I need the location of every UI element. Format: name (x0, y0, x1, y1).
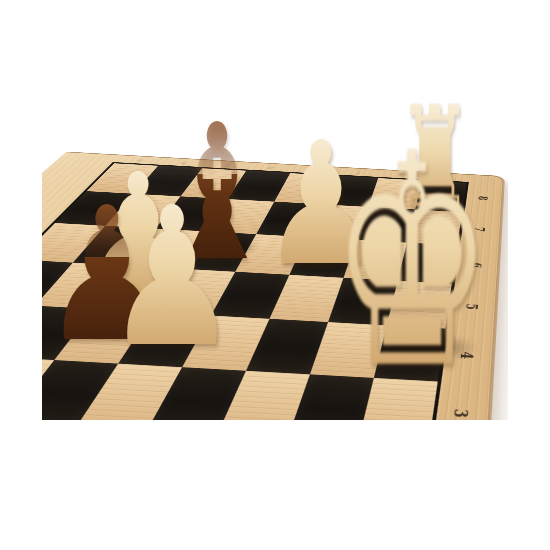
pieces-layer: ♜♝♟♟♟♟♚ (42, 0, 508, 420)
piece-white-king-h4: ♚ (330, 115, 493, 409)
piece-white-pawn-d4: ♟ (105, 182, 239, 374)
photo-crop-window: 87654321 abcdefgh ♜♝♟♟♟♟♚ (42, 0, 508, 420)
chess-board-product-photo: 87654321 abcdefgh ♜♝♟♟♟♟♚ (0, 0, 550, 550)
